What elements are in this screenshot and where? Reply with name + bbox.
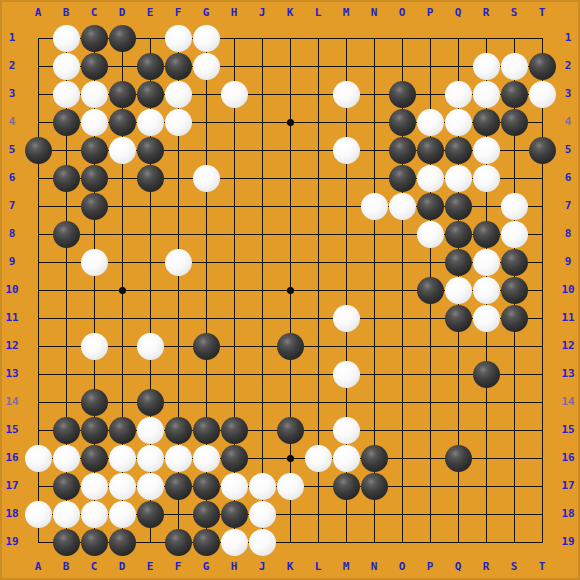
cell-C16[interactable]: [80, 444, 108, 472]
cell-J1[interactable]: [248, 24, 276, 52]
cell-Q4[interactable]: [444, 108, 472, 136]
cell-P2[interactable]: [416, 52, 444, 80]
cell-B19[interactable]: [52, 528, 80, 556]
cell-K11[interactable]: [276, 304, 304, 332]
cell-M1[interactable]: [332, 24, 360, 52]
cell-L11[interactable]: [304, 304, 332, 332]
cell-L6[interactable]: [304, 164, 332, 192]
cell-A18[interactable]: [24, 500, 52, 528]
cell-A3[interactable]: [24, 80, 52, 108]
cell-N10[interactable]: [360, 276, 388, 304]
cell-C3[interactable]: [80, 80, 108, 108]
cell-Q7[interactable]: [444, 192, 472, 220]
cell-G9[interactable]: [192, 248, 220, 276]
cell-P18[interactable]: [416, 500, 444, 528]
cell-F16[interactable]: [164, 444, 192, 472]
cell-C1[interactable]: [80, 24, 108, 52]
cell-J10[interactable]: [248, 276, 276, 304]
cell-G17[interactable]: [192, 472, 220, 500]
cell-S2[interactable]: [500, 52, 528, 80]
cell-N5[interactable]: [360, 136, 388, 164]
cell-T15[interactable]: [528, 416, 556, 444]
cell-F14[interactable]: [164, 388, 192, 416]
cell-C12[interactable]: [80, 332, 108, 360]
cell-F1[interactable]: [164, 24, 192, 52]
cell-T14[interactable]: [528, 388, 556, 416]
cell-D10[interactable]: [108, 276, 136, 304]
cell-J11[interactable]: [248, 304, 276, 332]
cell-F2[interactable]: [164, 52, 192, 80]
cell-E11[interactable]: [136, 304, 164, 332]
cell-Q19[interactable]: [444, 528, 472, 556]
cell-Q14[interactable]: [444, 388, 472, 416]
cell-C11[interactable]: [80, 304, 108, 332]
cell-K19[interactable]: [276, 528, 304, 556]
cell-D18[interactable]: [108, 500, 136, 528]
cell-S16[interactable]: [500, 444, 528, 472]
cell-T1[interactable]: [528, 24, 556, 52]
cell-D17[interactable]: [108, 472, 136, 500]
cell-Q18[interactable]: [444, 500, 472, 528]
cell-F18[interactable]: [164, 500, 192, 528]
cell-F3[interactable]: [164, 80, 192, 108]
cell-C19[interactable]: [80, 528, 108, 556]
cell-T5[interactable]: [528, 136, 556, 164]
cell-R11[interactable]: [472, 304, 500, 332]
cell-S14[interactable]: [500, 388, 528, 416]
cell-D11[interactable]: [108, 304, 136, 332]
cell-D16[interactable]: [108, 444, 136, 472]
cell-S8[interactable]: [500, 220, 528, 248]
cell-O2[interactable]: [388, 52, 416, 80]
cell-O6[interactable]: [388, 164, 416, 192]
cell-F10[interactable]: [164, 276, 192, 304]
cell-C15[interactable]: [80, 416, 108, 444]
cell-K4[interactable]: [276, 108, 304, 136]
cell-N4[interactable]: [360, 108, 388, 136]
cell-B4[interactable]: [52, 108, 80, 136]
cell-G3[interactable]: [192, 80, 220, 108]
cell-M9[interactable]: [332, 248, 360, 276]
cell-C17[interactable]: [80, 472, 108, 500]
cell-B3[interactable]: [52, 80, 80, 108]
cell-T16[interactable]: [528, 444, 556, 472]
cell-N3[interactable]: [360, 80, 388, 108]
cell-A14[interactable]: [24, 388, 52, 416]
cell-H11[interactable]: [220, 304, 248, 332]
cell-M17[interactable]: [332, 472, 360, 500]
cell-B11[interactable]: [52, 304, 80, 332]
cell-E16[interactable]: [136, 444, 164, 472]
cell-B17[interactable]: [52, 472, 80, 500]
cell-E15[interactable]: [136, 416, 164, 444]
cell-K18[interactable]: [276, 500, 304, 528]
cell-H17[interactable]: [220, 472, 248, 500]
cell-P16[interactable]: [416, 444, 444, 472]
cell-E7[interactable]: [136, 192, 164, 220]
cell-O11[interactable]: [388, 304, 416, 332]
cell-B18[interactable]: [52, 500, 80, 528]
cell-T13[interactable]: [528, 360, 556, 388]
cell-D14[interactable]: [108, 388, 136, 416]
cell-S13[interactable]: [500, 360, 528, 388]
cell-M6[interactable]: [332, 164, 360, 192]
cell-N7[interactable]: [360, 192, 388, 220]
cell-E6[interactable]: [136, 164, 164, 192]
cell-R12[interactable]: [472, 332, 500, 360]
cell-E4[interactable]: [136, 108, 164, 136]
cell-H12[interactable]: [220, 332, 248, 360]
cell-F8[interactable]: [164, 220, 192, 248]
cell-F7[interactable]: [164, 192, 192, 220]
cell-S10[interactable]: [500, 276, 528, 304]
cell-L18[interactable]: [304, 500, 332, 528]
cell-C7[interactable]: [80, 192, 108, 220]
cell-N6[interactable]: [360, 164, 388, 192]
cell-L17[interactable]: [304, 472, 332, 500]
cell-G10[interactable]: [192, 276, 220, 304]
cell-Q9[interactable]: [444, 248, 472, 276]
cell-S18[interactable]: [500, 500, 528, 528]
cell-L13[interactable]: [304, 360, 332, 388]
cell-O5[interactable]: [388, 136, 416, 164]
cell-P5[interactable]: [416, 136, 444, 164]
cell-Q5[interactable]: [444, 136, 472, 164]
cell-K1[interactable]: [276, 24, 304, 52]
cell-A9[interactable]: [24, 248, 52, 276]
cell-B1[interactable]: [52, 24, 80, 52]
cell-B10[interactable]: [52, 276, 80, 304]
cell-H14[interactable]: [220, 388, 248, 416]
cell-K13[interactable]: [276, 360, 304, 388]
cell-C6[interactable]: [80, 164, 108, 192]
cell-F15[interactable]: [164, 416, 192, 444]
cell-R4[interactable]: [472, 108, 500, 136]
cell-D9[interactable]: [108, 248, 136, 276]
cell-O16[interactable]: [388, 444, 416, 472]
cell-C13[interactable]: [80, 360, 108, 388]
cell-T12[interactable]: [528, 332, 556, 360]
cell-H2[interactable]: [220, 52, 248, 80]
cell-L4[interactable]: [304, 108, 332, 136]
cell-H18[interactable]: [220, 500, 248, 528]
cell-R17[interactable]: [472, 472, 500, 500]
cell-M16[interactable]: [332, 444, 360, 472]
cell-N16[interactable]: [360, 444, 388, 472]
cell-F4[interactable]: [164, 108, 192, 136]
cell-P3[interactable]: [416, 80, 444, 108]
cell-N1[interactable]: [360, 24, 388, 52]
cell-G18[interactable]: [192, 500, 220, 528]
cell-L5[interactable]: [304, 136, 332, 164]
cell-C9[interactable]: [80, 248, 108, 276]
cell-J9[interactable]: [248, 248, 276, 276]
cell-B2[interactable]: [52, 52, 80, 80]
cell-R19[interactable]: [472, 528, 500, 556]
cell-D15[interactable]: [108, 416, 136, 444]
cell-Q13[interactable]: [444, 360, 472, 388]
cell-R7[interactable]: [472, 192, 500, 220]
cell-G13[interactable]: [192, 360, 220, 388]
cell-H9[interactable]: [220, 248, 248, 276]
cell-C5[interactable]: [80, 136, 108, 164]
cell-S4[interactable]: [500, 108, 528, 136]
cell-G2[interactable]: [192, 52, 220, 80]
cell-C14[interactable]: [80, 388, 108, 416]
cell-A8[interactable]: [24, 220, 52, 248]
cell-R15[interactable]: [472, 416, 500, 444]
cell-K8[interactable]: [276, 220, 304, 248]
cell-A10[interactable]: [24, 276, 52, 304]
cell-A19[interactable]: [24, 528, 52, 556]
cell-N8[interactable]: [360, 220, 388, 248]
cell-C18[interactable]: [80, 500, 108, 528]
cell-H1[interactable]: [220, 24, 248, 52]
cell-T2[interactable]: [528, 52, 556, 80]
cell-E5[interactable]: [136, 136, 164, 164]
cell-P10[interactable]: [416, 276, 444, 304]
cell-Q10[interactable]: [444, 276, 472, 304]
cell-H3[interactable]: [220, 80, 248, 108]
cell-O10[interactable]: [388, 276, 416, 304]
cell-J4[interactable]: [248, 108, 276, 136]
cell-A15[interactable]: [24, 416, 52, 444]
cell-B15[interactable]: [52, 416, 80, 444]
cell-R13[interactable]: [472, 360, 500, 388]
cell-B5[interactable]: [52, 136, 80, 164]
cell-O17[interactable]: [388, 472, 416, 500]
cell-P13[interactable]: [416, 360, 444, 388]
cell-J16[interactable]: [248, 444, 276, 472]
cell-E19[interactable]: [136, 528, 164, 556]
cell-M19[interactable]: [332, 528, 360, 556]
cell-F11[interactable]: [164, 304, 192, 332]
cell-E3[interactable]: [136, 80, 164, 108]
cell-Q11[interactable]: [444, 304, 472, 332]
cell-D3[interactable]: [108, 80, 136, 108]
cell-P11[interactable]: [416, 304, 444, 332]
cell-T18[interactable]: [528, 500, 556, 528]
cell-M18[interactable]: [332, 500, 360, 528]
cell-M5[interactable]: [332, 136, 360, 164]
cell-P14[interactable]: [416, 388, 444, 416]
cell-C8[interactable]: [80, 220, 108, 248]
cell-O19[interactable]: [388, 528, 416, 556]
cell-G19[interactable]: [192, 528, 220, 556]
cell-R8[interactable]: [472, 220, 500, 248]
cell-R9[interactable]: [472, 248, 500, 276]
cell-D4[interactable]: [108, 108, 136, 136]
cell-J17[interactable]: [248, 472, 276, 500]
cell-F17[interactable]: [164, 472, 192, 500]
cell-Q6[interactable]: [444, 164, 472, 192]
cell-A4[interactable]: [24, 108, 52, 136]
cell-N11[interactable]: [360, 304, 388, 332]
cell-J3[interactable]: [248, 80, 276, 108]
cell-P15[interactable]: [416, 416, 444, 444]
cell-A7[interactable]: [24, 192, 52, 220]
cell-M11[interactable]: [332, 304, 360, 332]
cell-J12[interactable]: [248, 332, 276, 360]
cell-G8[interactable]: [192, 220, 220, 248]
cell-E1[interactable]: [136, 24, 164, 52]
cell-D19[interactable]: [108, 528, 136, 556]
cell-Q2[interactable]: [444, 52, 472, 80]
cell-A5[interactable]: [24, 136, 52, 164]
cell-H16[interactable]: [220, 444, 248, 472]
cell-S11[interactable]: [500, 304, 528, 332]
cell-S9[interactable]: [500, 248, 528, 276]
cell-L2[interactable]: [304, 52, 332, 80]
cell-A16[interactable]: [24, 444, 52, 472]
cell-F19[interactable]: [164, 528, 192, 556]
cell-M14[interactable]: [332, 388, 360, 416]
cell-R6[interactable]: [472, 164, 500, 192]
cell-M7[interactable]: [332, 192, 360, 220]
cell-D2[interactable]: [108, 52, 136, 80]
cell-T9[interactable]: [528, 248, 556, 276]
cell-M3[interactable]: [332, 80, 360, 108]
cell-K2[interactable]: [276, 52, 304, 80]
cell-Q8[interactable]: [444, 220, 472, 248]
cell-B16[interactable]: [52, 444, 80, 472]
cell-R16[interactable]: [472, 444, 500, 472]
cell-C10[interactable]: [80, 276, 108, 304]
cell-N2[interactable]: [360, 52, 388, 80]
cell-H7[interactable]: [220, 192, 248, 220]
cell-L12[interactable]: [304, 332, 332, 360]
cell-Q1[interactable]: [444, 24, 472, 52]
cell-N14[interactable]: [360, 388, 388, 416]
cell-L9[interactable]: [304, 248, 332, 276]
cell-J13[interactable]: [248, 360, 276, 388]
cell-O14[interactable]: [388, 388, 416, 416]
cell-E10[interactable]: [136, 276, 164, 304]
cell-P9[interactable]: [416, 248, 444, 276]
cell-F13[interactable]: [164, 360, 192, 388]
cell-O15[interactable]: [388, 416, 416, 444]
cell-P19[interactable]: [416, 528, 444, 556]
cell-S6[interactable]: [500, 164, 528, 192]
cell-K17[interactable]: [276, 472, 304, 500]
cell-L15[interactable]: [304, 416, 332, 444]
cell-H15[interactable]: [220, 416, 248, 444]
cell-J15[interactable]: [248, 416, 276, 444]
cell-G15[interactable]: [192, 416, 220, 444]
cell-H10[interactable]: [220, 276, 248, 304]
cell-C2[interactable]: [80, 52, 108, 80]
cell-P6[interactable]: [416, 164, 444, 192]
cell-T4[interactable]: [528, 108, 556, 136]
cell-S5[interactable]: [500, 136, 528, 164]
cell-M12[interactable]: [332, 332, 360, 360]
cell-L7[interactable]: [304, 192, 332, 220]
cell-O1[interactable]: [388, 24, 416, 52]
cell-H13[interactable]: [220, 360, 248, 388]
cell-T11[interactable]: [528, 304, 556, 332]
cell-S17[interactable]: [500, 472, 528, 500]
cell-K5[interactable]: [276, 136, 304, 164]
cell-Q17[interactable]: [444, 472, 472, 500]
cell-K3[interactable]: [276, 80, 304, 108]
cell-A11[interactable]: [24, 304, 52, 332]
cell-J18[interactable]: [248, 500, 276, 528]
cell-M2[interactable]: [332, 52, 360, 80]
cell-D5[interactable]: [108, 136, 136, 164]
cell-K16[interactable]: [276, 444, 304, 472]
cell-S12[interactable]: [500, 332, 528, 360]
cell-E2[interactable]: [136, 52, 164, 80]
cell-H8[interactable]: [220, 220, 248, 248]
cell-H6[interactable]: [220, 164, 248, 192]
cell-O13[interactable]: [388, 360, 416, 388]
cell-C4[interactable]: [80, 108, 108, 136]
cell-R2[interactable]: [472, 52, 500, 80]
cell-R18[interactable]: [472, 500, 500, 528]
cell-M13[interactable]: [332, 360, 360, 388]
cell-G4[interactable]: [192, 108, 220, 136]
cell-F9[interactable]: [164, 248, 192, 276]
cell-F12[interactable]: [164, 332, 192, 360]
cell-J5[interactable]: [248, 136, 276, 164]
cell-O18[interactable]: [388, 500, 416, 528]
cell-M8[interactable]: [332, 220, 360, 248]
cell-D12[interactable]: [108, 332, 136, 360]
cell-G12[interactable]: [192, 332, 220, 360]
cell-L3[interactable]: [304, 80, 332, 108]
cell-R1[interactable]: [472, 24, 500, 52]
cell-P1[interactable]: [416, 24, 444, 52]
cell-R10[interactable]: [472, 276, 500, 304]
cell-A13[interactable]: [24, 360, 52, 388]
cell-L1[interactable]: [304, 24, 332, 52]
cell-S15[interactable]: [500, 416, 528, 444]
cell-D1[interactable]: [108, 24, 136, 52]
cell-S7[interactable]: [500, 192, 528, 220]
cell-J8[interactable]: [248, 220, 276, 248]
cell-J7[interactable]: [248, 192, 276, 220]
cell-K6[interactable]: [276, 164, 304, 192]
cell-O12[interactable]: [388, 332, 416, 360]
cell-S3[interactable]: [500, 80, 528, 108]
cell-G5[interactable]: [192, 136, 220, 164]
cell-J19[interactable]: [248, 528, 276, 556]
cell-F6[interactable]: [164, 164, 192, 192]
cell-H19[interactable]: [220, 528, 248, 556]
cell-L19[interactable]: [304, 528, 332, 556]
cell-Q3[interactable]: [444, 80, 472, 108]
cell-B7[interactable]: [52, 192, 80, 220]
cell-N19[interactable]: [360, 528, 388, 556]
cell-G6[interactable]: [192, 164, 220, 192]
cell-S1[interactable]: [500, 24, 528, 52]
cell-L14[interactable]: [304, 388, 332, 416]
cell-K12[interactable]: [276, 332, 304, 360]
cell-G16[interactable]: [192, 444, 220, 472]
cell-K7[interactable]: [276, 192, 304, 220]
cell-J2[interactable]: [248, 52, 276, 80]
cell-E13[interactable]: [136, 360, 164, 388]
cell-P12[interactable]: [416, 332, 444, 360]
cell-L16[interactable]: [304, 444, 332, 472]
cell-D8[interactable]: [108, 220, 136, 248]
cell-K14[interactable]: [276, 388, 304, 416]
cell-T17[interactable]: [528, 472, 556, 500]
cell-N13[interactable]: [360, 360, 388, 388]
cell-B6[interactable]: [52, 164, 80, 192]
cell-B14[interactable]: [52, 388, 80, 416]
cell-T3[interactable]: [528, 80, 556, 108]
